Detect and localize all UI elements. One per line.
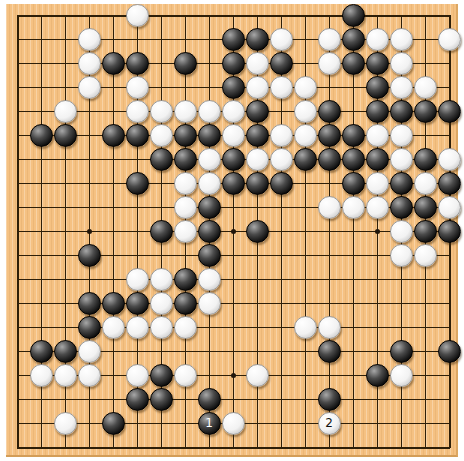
white-stone: [270, 148, 293, 171]
grid-line: [17, 399, 450, 400]
white-stone: [54, 364, 77, 387]
black-stone: [438, 220, 461, 243]
black-stone: [126, 388, 149, 411]
black-stone: [246, 124, 269, 147]
white-stone: [174, 100, 197, 123]
black-stone-move-1: 1: [198, 412, 221, 435]
black-stone: [54, 340, 77, 363]
black-stone: [174, 124, 197, 147]
black-stone: [390, 340, 413, 363]
white-stone: [366, 124, 389, 147]
black-stone: [438, 100, 461, 123]
black-stone: [174, 52, 197, 75]
black-stone: [342, 52, 365, 75]
black-stone: [414, 220, 437, 243]
white-stone: [390, 220, 413, 243]
white-stone: [198, 148, 221, 171]
white-stone: [222, 100, 245, 123]
white-stone: [54, 412, 77, 435]
white-stone: [174, 196, 197, 219]
black-stone: [198, 124, 221, 147]
black-stone: [342, 124, 365, 147]
black-stone: [30, 340, 53, 363]
white-stone: [366, 196, 389, 219]
black-stone: [366, 148, 389, 171]
white-stone: [318, 28, 341, 51]
star-point: [231, 229, 236, 234]
black-stone: [150, 388, 173, 411]
white-stone: [366, 172, 389, 195]
white-stone: [78, 364, 101, 387]
white-stone: [150, 316, 173, 339]
white-stone: [102, 316, 125, 339]
black-stone: [222, 52, 245, 75]
black-stone: [174, 292, 197, 315]
black-stone: [198, 244, 221, 267]
grid-line: [17, 447, 450, 449]
black-stone: [198, 388, 221, 411]
white-stone: [270, 28, 293, 51]
black-stone: [342, 28, 365, 51]
white-stone: [294, 124, 317, 147]
white-stone: [438, 148, 461, 171]
white-stone: [78, 52, 101, 75]
black-stone: [414, 100, 437, 123]
white-stone: [174, 316, 197, 339]
white-stone: [390, 76, 413, 99]
black-stone: [102, 412, 125, 435]
black-stone: [54, 124, 77, 147]
white-stone: [222, 124, 245, 147]
black-stone: [390, 100, 413, 123]
star-point: [87, 229, 92, 234]
white-stone: [318, 196, 341, 219]
white-stone: [126, 100, 149, 123]
black-stone: [150, 364, 173, 387]
white-stone: [414, 244, 437, 267]
white-stone: [174, 364, 197, 387]
white-stone: [294, 76, 317, 99]
black-stone: [294, 148, 317, 171]
black-stone: [318, 100, 341, 123]
board-grid[interactable]: 12: [17, 15, 450, 448]
white-stone: [126, 268, 149, 291]
black-stone: [102, 292, 125, 315]
black-stone: [102, 52, 125, 75]
black-stone: [222, 28, 245, 51]
black-stone: [246, 28, 269, 51]
white-stone: [246, 76, 269, 99]
white-stone: [150, 124, 173, 147]
white-stone: [174, 172, 197, 195]
black-stone: [414, 196, 437, 219]
black-stone: [78, 316, 101, 339]
black-stone: [438, 172, 461, 195]
white-stone: [390, 364, 413, 387]
white-stone: [318, 52, 341, 75]
go-board[interactable]: 12: [6, 4, 458, 457]
black-stone: [318, 124, 341, 147]
black-stone: [102, 124, 125, 147]
white-stone: [126, 76, 149, 99]
white-stone: [30, 364, 53, 387]
black-stone: [174, 148, 197, 171]
white-stone: [270, 124, 293, 147]
white-stone: [198, 292, 221, 315]
white-stone: [390, 148, 413, 171]
white-stone: [126, 316, 149, 339]
white-stone: [414, 172, 437, 195]
white-stone: [438, 196, 461, 219]
black-stone: [342, 4, 365, 27]
black-stone: [366, 52, 389, 75]
white-stone: [366, 28, 389, 51]
grid-line: [329, 15, 330, 448]
white-stone: [294, 316, 317, 339]
black-stone: [342, 148, 365, 171]
white-stone: [246, 148, 269, 171]
grid-line: [17, 279, 450, 280]
white-stone: [78, 76, 101, 99]
black-stone: [126, 52, 149, 75]
black-stone: [198, 196, 221, 219]
black-stone: [366, 364, 389, 387]
white-stone: [174, 220, 197, 243]
black-stone: [414, 148, 437, 171]
white-stone: [390, 28, 413, 51]
white-stone: [318, 316, 341, 339]
black-stone: [270, 52, 293, 75]
black-stone: [150, 148, 173, 171]
white-stone: [126, 4, 149, 27]
white-stone: [54, 100, 77, 123]
white-stone: [78, 28, 101, 51]
go-game-screenshot: 12: [0, 0, 464, 461]
black-stone: [366, 76, 389, 99]
black-stone: [126, 172, 149, 195]
star-point: [231, 373, 236, 378]
black-stone: [318, 340, 341, 363]
white-stone: [342, 196, 365, 219]
white-stone: [126, 364, 149, 387]
black-stone: [222, 76, 245, 99]
black-stone: [222, 172, 245, 195]
black-stone: [150, 220, 173, 243]
black-stone: [246, 100, 269, 123]
white-stone-move-2: 2: [318, 412, 341, 435]
white-stone: [294, 100, 317, 123]
white-stone: [198, 172, 221, 195]
white-stone: [150, 100, 173, 123]
black-stone: [78, 292, 101, 315]
black-stone: [366, 100, 389, 123]
white-stone: [438, 28, 461, 51]
black-stone: [342, 172, 365, 195]
white-stone: [390, 52, 413, 75]
white-stone: [390, 244, 413, 267]
white-stone: [390, 124, 413, 147]
black-stone: [318, 148, 341, 171]
black-stone: [390, 172, 413, 195]
white-stone: [270, 76, 293, 99]
black-stone: [270, 172, 293, 195]
black-stone: [246, 220, 269, 243]
move-number-label: 1: [199, 413, 220, 434]
black-stone: [198, 220, 221, 243]
black-stone: [30, 124, 53, 147]
black-stone: [174, 268, 197, 291]
move-number-label: 2: [319, 413, 340, 434]
white-stone: [246, 364, 269, 387]
white-stone: [198, 268, 221, 291]
black-stone: [438, 340, 461, 363]
white-stone: [198, 100, 221, 123]
black-stone: [126, 292, 149, 315]
star-point: [375, 229, 380, 234]
white-stone: [246, 52, 269, 75]
white-stone: [78, 340, 101, 363]
black-stone: [318, 388, 341, 411]
white-stone: [414, 76, 437, 99]
black-stone: [390, 196, 413, 219]
white-stone: [150, 268, 173, 291]
black-stone: [126, 124, 149, 147]
black-stone: [222, 148, 245, 171]
black-stone: [246, 172, 269, 195]
white-stone: [222, 412, 245, 435]
black-stone: [78, 244, 101, 267]
grid-line: [353, 15, 354, 448]
white-stone: [150, 292, 173, 315]
